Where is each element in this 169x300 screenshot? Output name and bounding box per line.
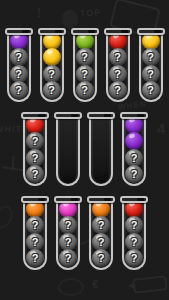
ball-hidden: ? bbox=[43, 65, 61, 83]
question-mark: ? bbox=[26, 233, 44, 251]
tube-row-bottom: ???????????? bbox=[0, 196, 169, 270]
rim-highlight bbox=[71, 114, 78, 117]
tube-body: ??? bbox=[139, 33, 163, 102]
tube-body: ??? bbox=[23, 117, 47, 186]
question-mark: ? bbox=[109, 65, 127, 83]
question-mark: ? bbox=[142, 48, 160, 66]
tube-5[interactable]: ??? bbox=[137, 28, 165, 102]
tube-row-top: ?????????????? bbox=[0, 28, 169, 102]
question-mark: ? bbox=[92, 216, 110, 234]
question-mark: ? bbox=[43, 65, 61, 83]
tube-body: ??? bbox=[122, 201, 146, 270]
question-mark: ? bbox=[26, 249, 44, 267]
tube-10[interactable]: ??? bbox=[21, 196, 49, 270]
ball-hidden: ? bbox=[125, 149, 143, 167]
ball-hidden: ? bbox=[76, 48, 94, 66]
ball-hidden: ? bbox=[10, 48, 28, 66]
rim-highlight bbox=[38, 198, 45, 201]
ball-hidden: ? bbox=[109, 65, 127, 83]
question-mark: ? bbox=[76, 48, 94, 66]
question-mark: ? bbox=[125, 165, 143, 183]
tube-rim bbox=[21, 196, 49, 203]
tube-9[interactable]: ?? bbox=[120, 112, 148, 186]
tube-8[interactable] bbox=[87, 112, 115, 186]
ball-hidden: ? bbox=[26, 132, 44, 150]
question-mark: ? bbox=[125, 216, 143, 234]
tube-body: ??? bbox=[73, 33, 97, 102]
question-mark: ? bbox=[92, 233, 110, 251]
question-mark: ? bbox=[109, 81, 127, 99]
ball-hidden: ? bbox=[92, 233, 110, 251]
tube-row-middle: ????? bbox=[0, 112, 169, 186]
tube-4[interactable]: ??? bbox=[104, 28, 132, 102]
doodle-euro-text: € bbox=[92, 278, 99, 290]
ball-hidden: ? bbox=[10, 65, 28, 83]
tube-body: ?? bbox=[40, 33, 64, 102]
tube-rim bbox=[5, 28, 33, 35]
ball-hidden: ? bbox=[109, 81, 127, 99]
ball-hidden: ? bbox=[125, 216, 143, 234]
tube-1[interactable]: ??? bbox=[5, 28, 33, 102]
doodle-scribble-icon bbox=[58, 278, 84, 296]
doodle-marker-icon bbox=[132, 275, 167, 293]
ball-hidden: ? bbox=[125, 249, 143, 267]
tube-rim bbox=[120, 112, 148, 119]
ball-hidden: ? bbox=[59, 249, 77, 267]
ball-purple bbox=[125, 132, 143, 150]
ball-hidden: ? bbox=[43, 81, 61, 99]
tube-2[interactable]: ?? bbox=[38, 28, 66, 102]
rim-highlight bbox=[104, 198, 111, 201]
question-mark: ? bbox=[125, 149, 143, 167]
ball-hidden: ? bbox=[10, 81, 28, 99]
game-screen: ! TOP WHITE'S WHEN 4 € ?????????????? ??… bbox=[0, 0, 169, 300]
tube-body bbox=[89, 117, 113, 186]
question-mark: ? bbox=[92, 249, 110, 267]
rim-highlight bbox=[55, 30, 62, 33]
question-mark: ? bbox=[43, 81, 61, 99]
question-mark: ? bbox=[26, 132, 44, 150]
question-mark: ? bbox=[142, 81, 160, 99]
tube-6[interactable]: ??? bbox=[21, 112, 49, 186]
question-mark: ? bbox=[142, 65, 160, 83]
tube-body: ??? bbox=[7, 33, 31, 102]
rim-highlight bbox=[71, 198, 78, 201]
question-mark: ? bbox=[125, 249, 143, 267]
doodle-apple-icon bbox=[62, 10, 78, 28]
ball-hidden: ? bbox=[26, 149, 44, 167]
tube-7[interactable] bbox=[54, 112, 82, 186]
tube-rim bbox=[38, 28, 66, 35]
ball-hidden: ? bbox=[26, 233, 44, 251]
tube-rim bbox=[54, 196, 82, 203]
ball-hidden: ? bbox=[125, 165, 143, 183]
question-mark: ? bbox=[10, 48, 28, 66]
question-mark: ? bbox=[125, 233, 143, 251]
rim-highlight bbox=[22, 30, 29, 33]
ball-hidden: ? bbox=[125, 233, 143, 251]
question-mark: ? bbox=[76, 65, 94, 83]
tube-body: ??? bbox=[56, 201, 80, 270]
tube-rim bbox=[104, 28, 132, 35]
doodle-top-text: TOP bbox=[80, 7, 102, 18]
tube-rim bbox=[87, 112, 115, 119]
doodle-warning-mark: ! bbox=[37, 6, 42, 20]
question-mark: ? bbox=[76, 81, 94, 99]
rim-highlight bbox=[137, 198, 144, 201]
ball-hidden: ? bbox=[59, 216, 77, 234]
ball-hidden: ? bbox=[76, 81, 94, 99]
tube-body: ?? bbox=[122, 117, 146, 186]
tube-body bbox=[56, 117, 80, 186]
ball-hidden: ? bbox=[142, 48, 160, 66]
tube-body: ??? bbox=[89, 201, 113, 270]
rim-highlight bbox=[38, 114, 45, 117]
ball-hidden: ? bbox=[142, 81, 160, 99]
ball-hidden: ? bbox=[76, 65, 94, 83]
question-mark: ? bbox=[59, 249, 77, 267]
ball-hidden: ? bbox=[92, 249, 110, 267]
question-mark: ? bbox=[109, 48, 127, 66]
tube-13[interactable]: ??? bbox=[120, 196, 148, 270]
question-mark: ? bbox=[26, 216, 44, 234]
tube-11[interactable]: ??? bbox=[54, 196, 82, 270]
tube-12[interactable]: ??? bbox=[87, 196, 115, 270]
question-mark: ? bbox=[26, 149, 44, 167]
ball-hidden: ? bbox=[142, 65, 160, 83]
rim-highlight bbox=[137, 114, 144, 117]
tube-rim bbox=[120, 196, 148, 203]
ball-hidden: ? bbox=[26, 165, 44, 183]
tube-body: ??? bbox=[23, 201, 47, 270]
tube-rim bbox=[71, 28, 99, 35]
rim-highlight bbox=[154, 30, 161, 33]
ball-hidden: ? bbox=[92, 216, 110, 234]
rim-highlight bbox=[104, 114, 111, 117]
ball-hidden: ? bbox=[26, 249, 44, 267]
question-mark: ? bbox=[59, 233, 77, 251]
question-mark: ? bbox=[10, 81, 28, 99]
tube-rim bbox=[87, 196, 115, 203]
ball-yellow bbox=[43, 48, 61, 66]
tube-body: ??? bbox=[106, 33, 130, 102]
question-mark: ? bbox=[26, 165, 44, 183]
ball-hidden: ? bbox=[59, 233, 77, 251]
tube-3[interactable]: ??? bbox=[71, 28, 99, 102]
rim-highlight bbox=[88, 30, 95, 33]
ball-hidden: ? bbox=[26, 216, 44, 234]
rim-highlight bbox=[121, 30, 128, 33]
tube-rim bbox=[137, 28, 165, 35]
tube-rim bbox=[21, 112, 49, 119]
question-mark: ? bbox=[59, 216, 77, 234]
tube-rim bbox=[54, 112, 82, 119]
ball-hidden: ? bbox=[109, 48, 127, 66]
question-mark: ? bbox=[10, 65, 28, 83]
